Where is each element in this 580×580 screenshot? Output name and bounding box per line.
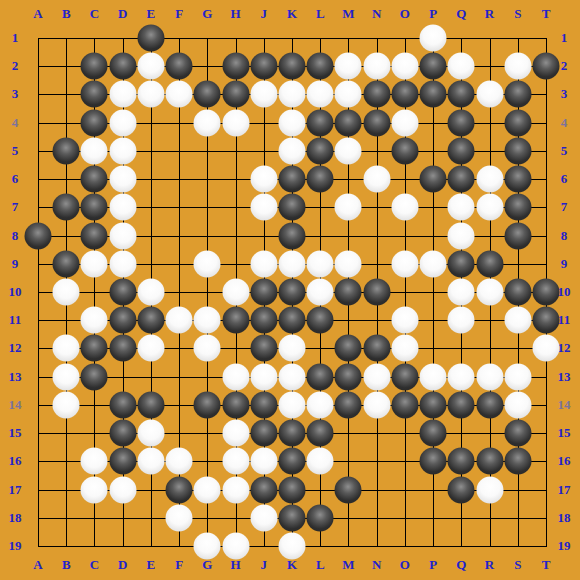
- stone-white[interactable]: [109, 222, 136, 249]
- stone-black[interactable]: [391, 81, 418, 108]
- column-label-top: O: [400, 6, 410, 22]
- row-label-left: 11: [9, 312, 21, 328]
- stone-white[interactable]: [279, 81, 306, 108]
- row-label-left: 16: [9, 453, 22, 469]
- stone-white[interactable]: [250, 504, 277, 531]
- row-label-right: 11: [558, 312, 570, 328]
- stone-black[interactable]: [307, 166, 334, 193]
- stone-white[interactable]: [166, 81, 193, 108]
- stone-white[interactable]: [109, 250, 136, 277]
- row-label-right: 9: [561, 256, 568, 272]
- stone-white[interactable]: [335, 81, 362, 108]
- stone-white[interactable]: [533, 335, 560, 362]
- row-label-left: 12: [9, 340, 22, 356]
- stone-black[interactable]: [307, 363, 334, 390]
- stone-white[interactable]: [307, 250, 334, 277]
- row-label-left: 1: [12, 30, 19, 46]
- stone-white[interactable]: [222, 420, 249, 447]
- column-label-top: F: [175, 6, 183, 22]
- stone-black[interactable]: [420, 448, 447, 475]
- row-label-right: 6: [561, 171, 568, 187]
- stone-black[interactable]: [166, 53, 193, 80]
- stone-black[interactable]: [53, 194, 80, 221]
- column-label-bottom: R: [485, 557, 494, 573]
- stone-black[interactable]: [391, 137, 418, 164]
- stone-black[interactable]: [335, 391, 362, 418]
- stone-black[interactable]: [81, 194, 108, 221]
- row-label-left: 2: [12, 58, 19, 74]
- row-label-right: 14: [558, 397, 571, 413]
- stone-white[interactable]: [222, 279, 249, 306]
- stone-white[interactable]: [363, 363, 390, 390]
- stone-white[interactable]: [250, 448, 277, 475]
- row-label-left: 6: [12, 171, 19, 187]
- stone-black[interactable]: [504, 137, 531, 164]
- stone-white[interactable]: [476, 476, 503, 503]
- stone-white[interactable]: [448, 222, 475, 249]
- stone-black[interactable]: [504, 81, 531, 108]
- row-label-right: 2: [561, 58, 568, 74]
- stone-black[interactable]: [222, 53, 249, 80]
- stone-white[interactable]: [109, 476, 136, 503]
- stone-black[interactable]: [250, 476, 277, 503]
- row-label-right: 4: [561, 115, 568, 131]
- row-label-left: 18: [9, 510, 22, 526]
- stone-white[interactable]: [476, 166, 503, 193]
- row-label-right: 19: [558, 538, 571, 554]
- stone-white[interactable]: [335, 250, 362, 277]
- row-label-right: 17: [558, 482, 571, 498]
- row-label-left: 9: [12, 256, 19, 272]
- stone-black[interactable]: [420, 391, 447, 418]
- stone-black[interactable]: [448, 476, 475, 503]
- stone-black[interactable]: [504, 166, 531, 193]
- stone-black[interactable]: [279, 166, 306, 193]
- stone-black[interactable]: [363, 81, 390, 108]
- stone-white[interactable]: [250, 194, 277, 221]
- column-label-top: D: [118, 6, 127, 22]
- column-label-bottom: T: [542, 557, 551, 573]
- column-label-bottom: F: [175, 557, 183, 573]
- stone-white[interactable]: [166, 504, 193, 531]
- stone-white[interactable]: [504, 53, 531, 80]
- stone-white[interactable]: [166, 448, 193, 475]
- stone-white[interactable]: [335, 194, 362, 221]
- stone-white[interactable]: [363, 391, 390, 418]
- stone-black[interactable]: [279, 448, 306, 475]
- stone-white[interactable]: [53, 279, 80, 306]
- stone-white[interactable]: [53, 391, 80, 418]
- column-label-top: P: [429, 6, 437, 22]
- row-label-left: 14: [9, 397, 22, 413]
- row-label-left: 10: [9, 284, 22, 300]
- stone-black[interactable]: [335, 476, 362, 503]
- stone-black[interactable]: [533, 279, 560, 306]
- stone-black[interactable]: [533, 307, 560, 334]
- stone-white[interactable]: [391, 335, 418, 362]
- row-label-left: 3: [12, 86, 19, 102]
- column-label-bottom: N: [372, 557, 381, 573]
- stone-black[interactable]: [448, 391, 475, 418]
- stone-white[interactable]: [279, 363, 306, 390]
- stone-white[interactable]: [222, 448, 249, 475]
- stone-black[interactable]: [363, 109, 390, 136]
- stone-black[interactable]: [250, 279, 277, 306]
- stone-black[interactable]: [307, 420, 334, 447]
- stone-white[interactable]: [53, 363, 80, 390]
- column-label-bottom: P: [429, 557, 437, 573]
- stone-black[interactable]: [307, 504, 334, 531]
- stone-black[interactable]: [109, 279, 136, 306]
- stone-white[interactable]: [109, 137, 136, 164]
- row-label-right: 15: [558, 425, 571, 441]
- column-label-top: E: [147, 6, 156, 22]
- stone-white[interactable]: [391, 307, 418, 334]
- stone-black[interactable]: [81, 335, 108, 362]
- stone-black[interactable]: [166, 476, 193, 503]
- stone-white[interactable]: [137, 279, 164, 306]
- stone-black[interactable]: [279, 194, 306, 221]
- stone-black[interactable]: [391, 391, 418, 418]
- stone-white[interactable]: [81, 476, 108, 503]
- stone-black[interactable]: [279, 307, 306, 334]
- row-label-right: 5: [561, 143, 568, 159]
- stone-black[interactable]: [109, 448, 136, 475]
- stone-black[interactable]: [137, 391, 164, 418]
- stone-white[interactable]: [420, 250, 447, 277]
- stone-white[interactable]: [109, 194, 136, 221]
- stone-black[interactable]: [250, 420, 277, 447]
- stone-white[interactable]: [194, 533, 221, 560]
- stone-black[interactable]: [279, 279, 306, 306]
- row-label-right: 7: [561, 199, 568, 215]
- stone-white[interactable]: [194, 109, 221, 136]
- stone-white[interactable]: [222, 533, 249, 560]
- row-label-right: 8: [561, 228, 568, 244]
- stone-white[interactable]: [222, 476, 249, 503]
- column-label-bottom: D: [118, 557, 127, 573]
- column-label-top: R: [485, 6, 494, 22]
- stone-black[interactable]: [504, 222, 531, 249]
- stone-black[interactable]: [81, 109, 108, 136]
- column-label-top: A: [33, 6, 42, 22]
- column-label-top: M: [342, 6, 354, 22]
- stone-black[interactable]: [363, 335, 390, 362]
- stone-white[interactable]: [476, 279, 503, 306]
- stone-white[interactable]: [109, 109, 136, 136]
- row-label-right: 3: [561, 86, 568, 102]
- column-label-bottom: C: [90, 557, 99, 573]
- stone-black[interactable]: [448, 250, 475, 277]
- row-label-left: 19: [9, 538, 22, 554]
- column-label-bottom: B: [62, 557, 71, 573]
- go-board: AABBCCDDEEFFGGHHJJKKLLMMNNOOPPQQRRSSTT11…: [0, 0, 580, 580]
- stone-white[interactable]: [137, 53, 164, 80]
- stone-black[interactable]: [335, 335, 362, 362]
- stone-black[interactable]: [307, 137, 334, 164]
- stone-white[interactable]: [194, 335, 221, 362]
- row-label-left: 13: [9, 369, 22, 385]
- stone-black[interactable]: [137, 307, 164, 334]
- row-label-right: 16: [558, 453, 571, 469]
- column-label-bottom: O: [400, 557, 410, 573]
- stone-black[interactable]: [504, 194, 531, 221]
- stone-black[interactable]: [307, 53, 334, 80]
- stone-black[interactable]: [81, 363, 108, 390]
- stone-black[interactable]: [137, 25, 164, 52]
- column-label-top: H: [230, 6, 240, 22]
- column-label-top: S: [514, 6, 521, 22]
- stone-white[interactable]: [307, 279, 334, 306]
- stone-black[interactable]: [279, 420, 306, 447]
- column-label-bottom: Q: [456, 557, 466, 573]
- stone-white[interactable]: [194, 307, 221, 334]
- stone-black[interactable]: [504, 448, 531, 475]
- stone-white[interactable]: [109, 166, 136, 193]
- stone-white[interactable]: [250, 166, 277, 193]
- stone-white[interactable]: [391, 250, 418, 277]
- stone-white[interactable]: [81, 307, 108, 334]
- stone-black[interactable]: [533, 53, 560, 80]
- stone-white[interactable]: [279, 335, 306, 362]
- stone-white[interactable]: [363, 166, 390, 193]
- stone-white[interactable]: [81, 448, 108, 475]
- stone-white[interactable]: [504, 391, 531, 418]
- stone-black[interactable]: [250, 335, 277, 362]
- column-label-top: T: [542, 6, 551, 22]
- stone-white[interactable]: [363, 53, 390, 80]
- column-label-top: B: [62, 6, 71, 22]
- stone-white[interactable]: [307, 448, 334, 475]
- stone-white[interactable]: [222, 109, 249, 136]
- stone-black[interactable]: [420, 53, 447, 80]
- stone-white[interactable]: [166, 307, 193, 334]
- stone-black[interactable]: [81, 53, 108, 80]
- stone-black[interactable]: [250, 53, 277, 80]
- stone-black[interactable]: [391, 363, 418, 390]
- row-label-left: 8: [12, 228, 19, 244]
- column-label-top: L: [316, 6, 325, 22]
- stone-white[interactable]: [194, 250, 221, 277]
- row-label-right: 1: [561, 30, 568, 46]
- column-label-top: J: [261, 6, 268, 22]
- stone-white[interactable]: [476, 81, 503, 108]
- stone-white[interactable]: [250, 81, 277, 108]
- stone-white[interactable]: [137, 81, 164, 108]
- column-label-top: C: [90, 6, 99, 22]
- stone-black[interactable]: [109, 391, 136, 418]
- stone-black[interactable]: [476, 448, 503, 475]
- stone-white[interactable]: [137, 420, 164, 447]
- stone-black[interactable]: [279, 53, 306, 80]
- stone-white[interactable]: [391, 109, 418, 136]
- stone-white[interactable]: [137, 448, 164, 475]
- stone-black[interactable]: [81, 222, 108, 249]
- stone-black[interactable]: [194, 81, 221, 108]
- stone-white[interactable]: [137, 335, 164, 362]
- stone-white[interactable]: [335, 53, 362, 80]
- stone-black[interactable]: [504, 109, 531, 136]
- stone-white[interactable]: [448, 363, 475, 390]
- stone-black[interactable]: [504, 279, 531, 306]
- stone-white[interactable]: [279, 250, 306, 277]
- stone-black[interactable]: [250, 307, 277, 334]
- stone-black[interactable]: [109, 335, 136, 362]
- stone-white[interactable]: [420, 25, 447, 52]
- stone-white[interactable]: [448, 279, 475, 306]
- stone-black[interactable]: [109, 307, 136, 334]
- stone-black[interactable]: [335, 109, 362, 136]
- stone-white[interactable]: [222, 363, 249, 390]
- stone-black[interactable]: [335, 279, 362, 306]
- stone-black[interactable]: [25, 222, 52, 249]
- column-label-bottom: S: [514, 557, 521, 573]
- stone-black[interactable]: [448, 166, 475, 193]
- stone-black[interactable]: [335, 363, 362, 390]
- stone-white[interactable]: [504, 307, 531, 334]
- column-label-bottom: M: [342, 557, 354, 573]
- stone-white[interactable]: [391, 53, 418, 80]
- stone-black[interactable]: [448, 448, 475, 475]
- stone-black[interactable]: [307, 307, 334, 334]
- stone-black[interactable]: [448, 81, 475, 108]
- stone-white[interactable]: [391, 194, 418, 221]
- stone-white[interactable]: [279, 137, 306, 164]
- stone-white[interactable]: [504, 363, 531, 390]
- stone-white[interactable]: [250, 250, 277, 277]
- stone-black[interactable]: [476, 250, 503, 277]
- stone-black[interactable]: [420, 81, 447, 108]
- row-label-left: 17: [9, 482, 22, 498]
- stone-white[interactable]: [420, 363, 447, 390]
- stone-white[interactable]: [109, 81, 136, 108]
- stone-black[interactable]: [250, 391, 277, 418]
- stone-black[interactable]: [504, 420, 531, 447]
- stone-black[interactable]: [476, 391, 503, 418]
- stone-black[interactable]: [81, 166, 108, 193]
- stone-white[interactable]: [335, 137, 362, 164]
- column-label-bottom: L: [316, 557, 325, 573]
- stone-black[interactable]: [279, 222, 306, 249]
- stone-black[interactable]: [222, 81, 249, 108]
- stone-black[interactable]: [81, 81, 108, 108]
- column-label-top: N: [372, 6, 381, 22]
- stone-white[interactable]: [279, 109, 306, 136]
- stone-black[interactable]: [222, 391, 249, 418]
- stone-black[interactable]: [420, 166, 447, 193]
- column-label-bottom: E: [147, 557, 156, 573]
- stone-white[interactable]: [279, 533, 306, 560]
- stone-black[interactable]: [307, 109, 334, 136]
- stone-black[interactable]: [420, 420, 447, 447]
- row-label-left: 15: [9, 425, 22, 441]
- row-label-left: 5: [12, 143, 19, 159]
- column-label-top: K: [287, 6, 297, 22]
- stone-white[interactable]: [279, 391, 306, 418]
- stone-white[interactable]: [307, 391, 334, 418]
- column-label-top: G: [202, 6, 212, 22]
- stone-white[interactable]: [81, 250, 108, 277]
- stone-black[interactable]: [109, 420, 136, 447]
- stone-black[interactable]: [448, 109, 475, 136]
- stone-white[interactable]: [53, 335, 80, 362]
- stone-black[interactable]: [53, 137, 80, 164]
- stone-white[interactable]: [250, 363, 277, 390]
- column-label-bottom: A: [33, 557, 42, 573]
- stone-black[interactable]: [448, 137, 475, 164]
- row-label-right: 18: [558, 510, 571, 526]
- stone-black[interactable]: [279, 504, 306, 531]
- stone-black[interactable]: [109, 53, 136, 80]
- stone-white[interactable]: [448, 53, 475, 80]
- stone-white[interactable]: [194, 476, 221, 503]
- row-label-right: 13: [558, 369, 571, 385]
- stone-black[interactable]: [363, 279, 390, 306]
- column-label-bottom: J: [261, 557, 268, 573]
- stone-black[interactable]: [194, 391, 221, 418]
- stone-white[interactable]: [81, 137, 108, 164]
- stone-white[interactable]: [476, 194, 503, 221]
- stone-black[interactable]: [279, 476, 306, 503]
- row-label-left: 7: [12, 199, 19, 215]
- row-label-left: 4: [12, 115, 19, 131]
- column-label-top: Q: [456, 6, 466, 22]
- stone-black[interactable]: [53, 250, 80, 277]
- stone-white[interactable]: [476, 363, 503, 390]
- stone-black[interactable]: [222, 307, 249, 334]
- stone-white[interactable]: [448, 307, 475, 334]
- stone-white[interactable]: [307, 81, 334, 108]
- stone-white[interactable]: [448, 194, 475, 221]
